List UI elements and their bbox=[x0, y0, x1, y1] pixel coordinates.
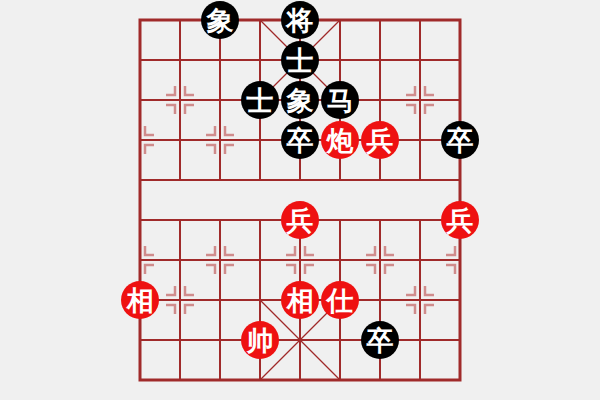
board-point bbox=[400, 160, 440, 200]
board-point bbox=[240, 0, 280, 40]
board-point bbox=[360, 80, 400, 120]
black-advisor[interactable]: 士 bbox=[281, 41, 319, 79]
board-point bbox=[200, 240, 240, 280]
board-point bbox=[200, 80, 240, 120]
black-general[interactable]: 将 bbox=[281, 1, 319, 39]
board-point bbox=[120, 240, 160, 280]
board-point bbox=[440, 360, 480, 400]
board-point bbox=[240, 280, 280, 320]
board-point bbox=[160, 360, 200, 400]
board-point bbox=[240, 120, 280, 160]
board-point bbox=[160, 80, 200, 120]
board-point bbox=[320, 360, 360, 400]
black-soldier[interactable]: 卒 bbox=[361, 321, 399, 359]
board-point bbox=[360, 200, 400, 240]
board-point bbox=[320, 200, 360, 240]
board-point bbox=[120, 320, 160, 360]
black-elephant[interactable]: 象 bbox=[281, 81, 319, 119]
board-point bbox=[440, 320, 480, 360]
red-cannon[interactable]: 炮 bbox=[321, 121, 359, 159]
red-advisor[interactable]: 仕 bbox=[321, 281, 359, 319]
board-point bbox=[440, 0, 480, 40]
board-point bbox=[160, 280, 200, 320]
board-point bbox=[240, 360, 280, 400]
board-point bbox=[240, 240, 280, 280]
board-point bbox=[120, 200, 160, 240]
board-point bbox=[120, 120, 160, 160]
black-soldier[interactable]: 卒 bbox=[281, 121, 319, 159]
board-point bbox=[400, 80, 440, 120]
board-point bbox=[360, 40, 400, 80]
board-point bbox=[400, 40, 440, 80]
board-point bbox=[400, 200, 440, 240]
board-point bbox=[200, 40, 240, 80]
board-point bbox=[280, 240, 320, 280]
board-point bbox=[160, 40, 200, 80]
board-point bbox=[320, 160, 360, 200]
board-point bbox=[400, 320, 440, 360]
board-point bbox=[320, 320, 360, 360]
red-soldier[interactable]: 兵 bbox=[281, 201, 319, 239]
red-elephant[interactable]: 相 bbox=[121, 281, 159, 319]
board-point bbox=[280, 160, 320, 200]
black-advisor[interactable]: 士 bbox=[241, 81, 279, 119]
board-point bbox=[360, 160, 400, 200]
red-soldier[interactable]: 兵 bbox=[441, 201, 479, 239]
board-point bbox=[440, 240, 480, 280]
board-point bbox=[160, 120, 200, 160]
board-point bbox=[200, 200, 240, 240]
board-point bbox=[320, 0, 360, 40]
board-point bbox=[360, 280, 400, 320]
red-soldier[interactable]: 兵 bbox=[361, 121, 399, 159]
board-point bbox=[440, 160, 480, 200]
board-point bbox=[160, 240, 200, 280]
board-point bbox=[160, 160, 200, 200]
board-point bbox=[440, 80, 480, 120]
board-point bbox=[320, 240, 360, 280]
board-point bbox=[200, 280, 240, 320]
xiangqi-board-container: 象将士士象马卒炮兵卒兵兵相相仕帅卒 bbox=[0, 0, 600, 400]
board-point bbox=[400, 360, 440, 400]
board-point bbox=[120, 40, 160, 80]
board-point bbox=[200, 320, 240, 360]
board-point bbox=[400, 280, 440, 320]
board-point bbox=[400, 120, 440, 160]
board-point bbox=[400, 240, 440, 280]
board-point bbox=[240, 40, 280, 80]
red-elephant[interactable]: 相 bbox=[281, 281, 319, 319]
black-soldier[interactable]: 卒 bbox=[441, 121, 479, 159]
board-point bbox=[280, 360, 320, 400]
board-point bbox=[280, 320, 320, 360]
board-point bbox=[240, 200, 280, 240]
board-point bbox=[400, 0, 440, 40]
black-horse[interactable]: 马 bbox=[321, 81, 359, 119]
board-point bbox=[160, 320, 200, 360]
board-point bbox=[160, 0, 200, 40]
xiangqi-board: 象将士士象马卒炮兵卒兵兵相相仕帅卒 bbox=[120, 0, 480, 400]
board-point bbox=[360, 360, 400, 400]
board-point bbox=[360, 0, 400, 40]
board-point bbox=[160, 200, 200, 240]
board-point bbox=[440, 280, 480, 320]
red-general[interactable]: 帅 bbox=[241, 321, 279, 359]
board-point bbox=[320, 40, 360, 80]
board-point bbox=[200, 360, 240, 400]
board-point bbox=[200, 160, 240, 200]
board-point bbox=[120, 0, 160, 40]
board-point bbox=[200, 120, 240, 160]
board-point bbox=[120, 80, 160, 120]
board-point bbox=[240, 160, 280, 200]
board-point bbox=[120, 360, 160, 400]
board-point bbox=[120, 160, 160, 200]
board-point bbox=[440, 40, 480, 80]
board-point bbox=[360, 240, 400, 280]
black-elephant[interactable]: 象 bbox=[201, 1, 239, 39]
